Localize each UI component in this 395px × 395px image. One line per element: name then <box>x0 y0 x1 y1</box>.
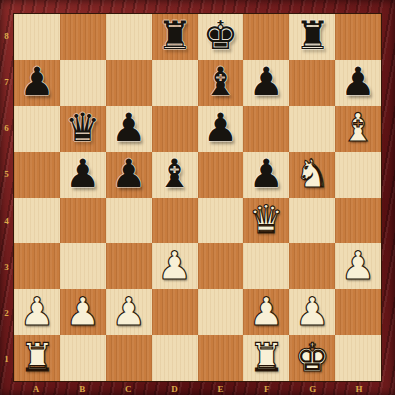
piece-white-king[interactable]: ♚ <box>295 338 330 377</box>
file-label-f: F <box>244 382 290 395</box>
file-label-d: D <box>151 382 197 395</box>
square-e2[interactable] <box>198 289 244 335</box>
piece-white-pawn[interactable]: ♟ <box>249 292 284 331</box>
piece-white-pawn[interactable]: ♟ <box>341 246 376 285</box>
file-label-a: A <box>13 382 59 395</box>
square-b7[interactable] <box>60 60 106 106</box>
square-c5[interactable]: ♟ <box>106 152 152 198</box>
square-d8[interactable]: ♜ <box>152 14 198 60</box>
square-f6[interactable] <box>243 106 289 152</box>
piece-white-pawn[interactable]: ♟ <box>111 292 146 331</box>
square-g7[interactable] <box>289 60 335 106</box>
square-c1[interactable] <box>106 335 152 381</box>
piece-black-pawn[interactable]: ♟ <box>111 154 146 193</box>
square-h3[interactable]: ♟ <box>335 243 381 289</box>
square-c3[interactable] <box>106 243 152 289</box>
square-g4[interactable] <box>289 198 335 244</box>
rank-label-4: 4 <box>0 198 13 244</box>
piece-black-rook[interactable]: ♜ <box>157 16 192 55</box>
square-d7[interactable] <box>152 60 198 106</box>
piece-white-knight[interactable]: ♞ <box>295 154 330 193</box>
square-g6[interactable] <box>289 106 335 152</box>
square-f1[interactable]: ♜ <box>243 335 289 381</box>
square-f2[interactable]: ♟ <box>243 289 289 335</box>
file-label-c: C <box>105 382 151 395</box>
square-g8[interactable]: ♜ <box>289 14 335 60</box>
piece-black-rook[interactable]: ♜ <box>295 16 330 55</box>
piece-black-pawn[interactable]: ♟ <box>65 154 100 193</box>
square-e3[interactable] <box>198 243 244 289</box>
rank-label-6: 6 <box>0 105 13 151</box>
piece-white-rook[interactable]: ♜ <box>19 338 54 377</box>
square-a7[interactable]: ♟ <box>14 60 60 106</box>
piece-black-king[interactable]: ♚ <box>203 16 238 55</box>
square-c4[interactable] <box>106 198 152 244</box>
square-a2[interactable]: ♟ <box>14 289 60 335</box>
piece-black-pawn[interactable]: ♟ <box>19 62 54 101</box>
piece-black-bishop[interactable]: ♝ <box>157 154 192 193</box>
square-d1[interactable] <box>152 335 198 381</box>
piece-white-pawn[interactable]: ♟ <box>19 292 54 331</box>
piece-black-pawn[interactable]: ♟ <box>341 62 376 101</box>
file-label-b: B <box>59 382 105 395</box>
rank-label-7: 7 <box>0 59 13 105</box>
square-c8[interactable] <box>106 14 152 60</box>
piece-black-bishop[interactable]: ♝ <box>203 62 238 101</box>
square-f8[interactable] <box>243 14 289 60</box>
rank-label-8: 8 <box>0 13 13 59</box>
square-d4[interactable] <box>152 198 198 244</box>
square-g1[interactable]: ♚ <box>289 335 335 381</box>
piece-black-pawn[interactable]: ♟ <box>249 62 284 101</box>
square-b2[interactable]: ♟ <box>60 289 106 335</box>
square-h5[interactable] <box>335 152 381 198</box>
file-label-e: E <box>198 382 244 395</box>
square-h4[interactable] <box>335 198 381 244</box>
square-f3[interactable] <box>243 243 289 289</box>
square-d3[interactable]: ♟ <box>152 243 198 289</box>
square-h7[interactable]: ♟ <box>335 60 381 106</box>
square-d6[interactable] <box>152 106 198 152</box>
square-d5[interactable]: ♝ <box>152 152 198 198</box>
square-e7[interactable]: ♝ <box>198 60 244 106</box>
rank-label-3: 3 <box>0 244 13 290</box>
square-e1[interactable] <box>198 335 244 381</box>
square-f5[interactable]: ♟ <box>243 152 289 198</box>
square-f7[interactable]: ♟ <box>243 60 289 106</box>
square-c2[interactable]: ♟ <box>106 289 152 335</box>
square-a6[interactable] <box>14 106 60 152</box>
square-b1[interactable] <box>60 335 106 381</box>
rank-labels: 87654321 <box>0 13 13 382</box>
square-f4[interactable]: ♛ <box>243 198 289 244</box>
square-g3[interactable] <box>289 243 335 289</box>
square-a8[interactable] <box>14 14 60 60</box>
square-a1[interactable]: ♜ <box>14 335 60 381</box>
square-e4[interactable] <box>198 198 244 244</box>
square-a4[interactable] <box>14 198 60 244</box>
rank-label-2: 2 <box>0 290 13 336</box>
square-e5[interactable] <box>198 152 244 198</box>
piece-white-pawn[interactable]: ♟ <box>65 292 100 331</box>
piece-white-pawn[interactable]: ♟ <box>157 246 192 285</box>
piece-black-queen[interactable]: ♛ <box>65 108 100 147</box>
file-label-g: G <box>290 382 336 395</box>
square-b3[interactable] <box>60 243 106 289</box>
square-h1[interactable] <box>335 335 381 381</box>
square-a5[interactable] <box>14 152 60 198</box>
square-b8[interactable] <box>60 14 106 60</box>
square-h6[interactable]: ♝ <box>335 106 381 152</box>
square-g5[interactable]: ♞ <box>289 152 335 198</box>
square-a3[interactable] <box>14 243 60 289</box>
piece-white-queen[interactable]: ♛ <box>249 200 284 239</box>
file-labels: ABCDEFGH <box>13 382 382 395</box>
piece-white-pawn[interactable]: ♟ <box>295 292 330 331</box>
square-d2[interactable] <box>152 289 198 335</box>
rank-label-1: 1 <box>0 336 13 382</box>
piece-black-pawn[interactable]: ♟ <box>249 154 284 193</box>
square-b4[interactable] <box>60 198 106 244</box>
piece-black-pawn[interactable]: ♟ <box>111 108 146 147</box>
square-b6[interactable]: ♛ <box>60 106 106 152</box>
piece-white-rook[interactable]: ♜ <box>249 338 284 377</box>
square-h2[interactable] <box>335 289 381 335</box>
square-b5[interactable]: ♟ <box>60 152 106 198</box>
square-e8[interactable]: ♚ <box>198 14 244 60</box>
square-e6[interactable]: ♟ <box>198 106 244 152</box>
square-g2[interactable]: ♟ <box>289 289 335 335</box>
square-c6[interactable]: ♟ <box>106 106 152 152</box>
piece-black-pawn[interactable]: ♟ <box>203 108 238 147</box>
chess-board-frame: 87654321 ABCDEFGH ♜♚♜♟♝♟♟♛♟♟♝♟♟♝♟♞♛♟♟♟♟♟… <box>0 0 395 395</box>
file-label-h: H <box>336 382 382 395</box>
piece-white-bishop[interactable]: ♝ <box>341 108 376 147</box>
square-h8[interactable] <box>335 14 381 60</box>
chess-board: ♜♚♜♟♝♟♟♛♟♟♝♟♟♝♟♞♛♟♟♟♟♟♟♟♜♜♚ <box>13 13 382 382</box>
rank-label-5: 5 <box>0 151 13 197</box>
square-c7[interactable] <box>106 60 152 106</box>
